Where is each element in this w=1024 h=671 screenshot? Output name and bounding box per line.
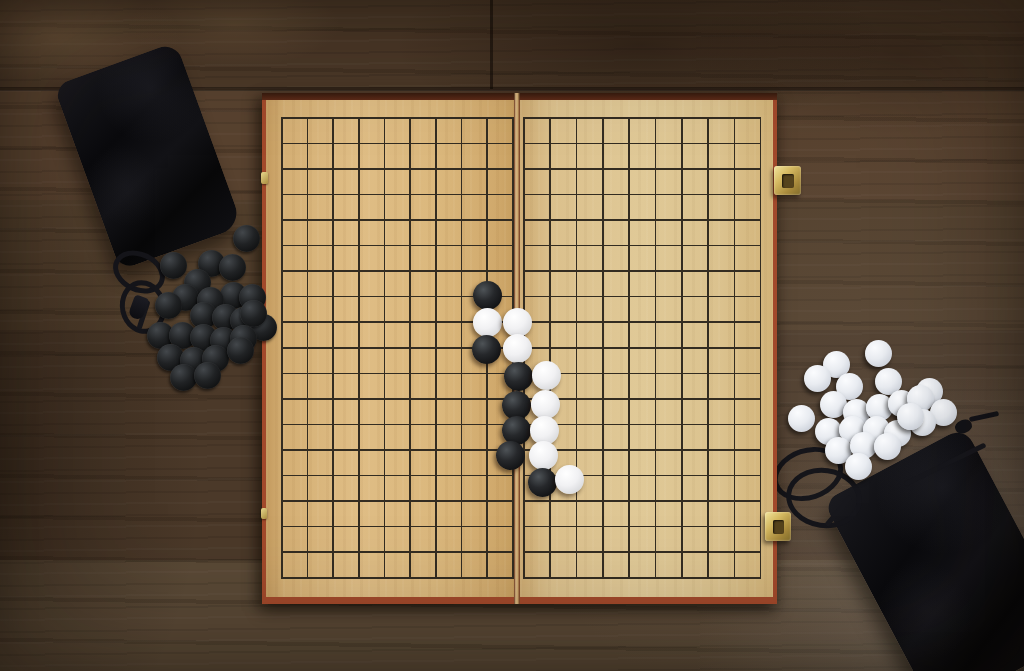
white-stone[interactable] (473, 308, 502, 337)
board-cell (654, 270, 680, 296)
board-cell (409, 347, 435, 373)
board-cell (575, 117, 601, 143)
board-cell (409, 296, 435, 322)
board-cell (435, 424, 461, 450)
board-cell (486, 475, 512, 501)
board-cell (628, 372, 654, 398)
board-cell (281, 296, 307, 322)
board-cell (523, 143, 549, 169)
board-cell (549, 321, 575, 347)
board-cell (601, 424, 627, 450)
board-cell (549, 500, 575, 526)
board-cell (358, 296, 384, 322)
board-cell (680, 270, 706, 296)
board-cell (733, 117, 759, 143)
board-cell (332, 296, 358, 322)
board-cell (680, 296, 706, 322)
board-cell (707, 219, 733, 245)
board-cell (461, 245, 487, 271)
board-cell (733, 551, 759, 577)
board-cell (307, 475, 333, 501)
black-stone[interactable] (528, 468, 557, 497)
board-cell (358, 372, 384, 398)
board-cell (486, 526, 512, 552)
board-cell (332, 449, 358, 475)
board-cell (575, 398, 601, 424)
board-cell (384, 194, 410, 220)
board-cell (549, 168, 575, 194)
board-cell (332, 321, 358, 347)
board-cell (461, 526, 487, 552)
board-cell (409, 143, 435, 169)
board-cell (523, 245, 549, 271)
board-cell (332, 398, 358, 424)
board-cell (435, 270, 461, 296)
board-cell (461, 219, 487, 245)
board-cell (733, 194, 759, 220)
board-cell (680, 475, 706, 501)
board-cell (707, 296, 733, 322)
board-cell (601, 500, 627, 526)
board-cell (409, 449, 435, 475)
board-cell (733, 526, 759, 552)
board-cell (409, 194, 435, 220)
board-cell (461, 398, 487, 424)
board-cell (628, 449, 654, 475)
board-cell (281, 194, 307, 220)
board-cell (601, 398, 627, 424)
board-cell (358, 321, 384, 347)
board-cell (601, 475, 627, 501)
board-cell (384, 475, 410, 501)
board-cell (281, 526, 307, 552)
board-cell (575, 270, 601, 296)
board-cell (654, 347, 680, 373)
board-cell (307, 449, 333, 475)
board-cell (707, 551, 733, 577)
board-cell (575, 296, 601, 322)
board-cell (384, 449, 410, 475)
black-stone[interactable] (473, 281, 502, 310)
board-cell (628, 500, 654, 526)
board-cell (461, 143, 487, 169)
board-cell (281, 321, 307, 347)
board-cell (628, 321, 654, 347)
board-cell (409, 551, 435, 577)
black-pile-stone (240, 300, 267, 327)
board-cell (358, 347, 384, 373)
go-board-photo-scene (0, 0, 1024, 671)
board-cell (680, 526, 706, 552)
board-cell (307, 219, 333, 245)
board-cell (332, 143, 358, 169)
board-cell (628, 117, 654, 143)
board-cell (358, 449, 384, 475)
board-cell (384, 347, 410, 373)
board-cell (486, 245, 512, 271)
board-cell (409, 372, 435, 398)
board-cell (549, 245, 575, 271)
board-cell (707, 245, 733, 271)
board-cell (707, 194, 733, 220)
board-cell (307, 194, 333, 220)
board-cell (707, 475, 733, 501)
board-cell (435, 219, 461, 245)
board-cell (435, 500, 461, 526)
black-pile-stone (219, 254, 246, 281)
go-grid-right (523, 117, 762, 579)
board-cell (628, 270, 654, 296)
board-cell (549, 296, 575, 322)
board-cell (575, 551, 601, 577)
board-cell (575, 143, 601, 169)
board-cell (461, 372, 487, 398)
board-cell (628, 194, 654, 220)
board-cell (307, 526, 333, 552)
board-cell (575, 372, 601, 398)
board-cell (654, 500, 680, 526)
board-cell (332, 551, 358, 577)
board-cell (549, 194, 575, 220)
board-cell (654, 245, 680, 271)
board-cell (680, 117, 706, 143)
board-cell (358, 219, 384, 245)
board-cell (435, 296, 461, 322)
board-cell (733, 296, 759, 322)
board-cell (281, 475, 307, 501)
board-cell (486, 219, 512, 245)
board-cell (435, 398, 461, 424)
board-cell (707, 398, 733, 424)
board-cell (680, 347, 706, 373)
hinge-pin (261, 508, 267, 519)
board-cell (461, 500, 487, 526)
board-cell (680, 424, 706, 450)
board-cell (523, 117, 549, 143)
board-cell (523, 526, 549, 552)
board-cell (733, 245, 759, 271)
board-cell (654, 449, 680, 475)
board-cell (680, 219, 706, 245)
board-cell (733, 270, 759, 296)
board-cell (707, 449, 733, 475)
board-cell (733, 321, 759, 347)
board-cell (575, 321, 601, 347)
board-cell (601, 143, 627, 169)
board-cell (575, 424, 601, 450)
board-cell (628, 219, 654, 245)
board-cell (409, 398, 435, 424)
board-cell (281, 143, 307, 169)
black-pile-stone (194, 362, 221, 389)
board-cell (733, 398, 759, 424)
board-cell (707, 168, 733, 194)
board-cell (435, 475, 461, 501)
board-cell (281, 347, 307, 373)
board-cell (384, 245, 410, 271)
board-cell (358, 398, 384, 424)
white-stone[interactable] (503, 334, 532, 363)
board-cell (281, 449, 307, 475)
board-cell (523, 270, 549, 296)
board-cell (384, 526, 410, 552)
board-cell (733, 449, 759, 475)
board-cell (628, 475, 654, 501)
board-cell (332, 424, 358, 450)
board-cell (733, 219, 759, 245)
board-cell (707, 270, 733, 296)
board-cell (601, 526, 627, 552)
white-pile-stone (874, 433, 901, 460)
board-cell (358, 194, 384, 220)
board-cell (654, 117, 680, 143)
board-cell (358, 143, 384, 169)
board-cell (707, 424, 733, 450)
board-cell (281, 551, 307, 577)
board-cell (549, 219, 575, 245)
board-cell (654, 475, 680, 501)
board-cell (307, 296, 333, 322)
white-pile-stone (788, 405, 815, 432)
board-cell (435, 449, 461, 475)
white-pile-stone (897, 403, 924, 430)
board-cell (384, 372, 410, 398)
board-cell (523, 168, 549, 194)
board-cell (733, 424, 759, 450)
board-cell (733, 475, 759, 501)
board-cell (384, 168, 410, 194)
board-cell (575, 219, 601, 245)
board-cell (358, 424, 384, 450)
board-cell (733, 372, 759, 398)
board-cell (707, 372, 733, 398)
board-cell (680, 143, 706, 169)
black-stone[interactable] (496, 441, 525, 470)
board-cell (384, 551, 410, 577)
board-cell (654, 194, 680, 220)
board-cell (461, 551, 487, 577)
board-cell (523, 551, 549, 577)
board-cell (601, 372, 627, 398)
board-cell (601, 296, 627, 322)
board-cell (575, 500, 601, 526)
black-stone[interactable] (504, 362, 533, 391)
board-cell (384, 117, 410, 143)
board-cell (601, 194, 627, 220)
board-cell (384, 219, 410, 245)
black-pile-stone (170, 364, 197, 391)
board-cell (307, 398, 333, 424)
board-cell (307, 143, 333, 169)
board-cell (601, 551, 627, 577)
board-cell (332, 168, 358, 194)
board-cell (707, 347, 733, 373)
board-cell (601, 219, 627, 245)
board-cell (628, 526, 654, 552)
black-pile-stone (233, 225, 260, 252)
board-cell (654, 321, 680, 347)
board-cell (733, 168, 759, 194)
board-cell (281, 117, 307, 143)
board-cell (281, 372, 307, 398)
board-cell (707, 526, 733, 552)
board-cell (384, 270, 410, 296)
board-cell (628, 296, 654, 322)
board-cell (575, 245, 601, 271)
board-cell (332, 526, 358, 552)
board-cell (409, 245, 435, 271)
board-cell (409, 500, 435, 526)
white-stone[interactable] (503, 308, 532, 337)
board-cell (523, 219, 549, 245)
board-cell (654, 219, 680, 245)
board-cell (680, 551, 706, 577)
board-cell (461, 475, 487, 501)
board-cell (628, 551, 654, 577)
board-cell (654, 424, 680, 450)
board-cell (575, 194, 601, 220)
board-cell (486, 500, 512, 526)
board-cell (307, 245, 333, 271)
board-cell (409, 526, 435, 552)
board-cell (435, 194, 461, 220)
board-cell (435, 526, 461, 552)
board-cell (680, 398, 706, 424)
board-cell (680, 372, 706, 398)
board-cell (654, 398, 680, 424)
board-cell (628, 424, 654, 450)
board-cell (486, 194, 512, 220)
board-cell (680, 245, 706, 271)
board-cell (281, 398, 307, 424)
board-cell (384, 143, 410, 169)
board-cell (549, 526, 575, 552)
board-cell (680, 449, 706, 475)
board-cell (575, 526, 601, 552)
black-pile-stone (160, 252, 187, 279)
board-cell (435, 347, 461, 373)
board-cell (409, 475, 435, 501)
board-cell (680, 194, 706, 220)
board-cell (628, 398, 654, 424)
board-cell (486, 143, 512, 169)
board-cell (486, 117, 512, 143)
board-cell (281, 245, 307, 271)
board-cell (409, 117, 435, 143)
go-board[interactable] (262, 93, 777, 604)
drawstring-cord (969, 411, 999, 422)
board-cell (733, 347, 759, 373)
board-cell (332, 270, 358, 296)
board-cell (461, 194, 487, 220)
board-cell (461, 424, 487, 450)
board-cell (409, 424, 435, 450)
board-cell (332, 347, 358, 373)
board-cell (435, 117, 461, 143)
board-cell (281, 500, 307, 526)
board-cell (358, 168, 384, 194)
brass-clasp (765, 512, 791, 541)
board-cell (332, 475, 358, 501)
board-cell (384, 321, 410, 347)
board-cell (707, 321, 733, 347)
board-cell (601, 449, 627, 475)
board-cell (384, 398, 410, 424)
board-cell (281, 270, 307, 296)
board-cell (654, 526, 680, 552)
board-cell (435, 551, 461, 577)
board-cell (332, 219, 358, 245)
board-cell (332, 194, 358, 220)
board-cell (549, 270, 575, 296)
board-right-half (520, 100, 773, 597)
board-cell (332, 500, 358, 526)
board-cell (680, 168, 706, 194)
board-cell (332, 117, 358, 143)
board-cell (358, 270, 384, 296)
board-cell (680, 500, 706, 526)
board-cell (654, 143, 680, 169)
board-cell (601, 270, 627, 296)
board-cell (409, 270, 435, 296)
board-cell (654, 296, 680, 322)
board-cell (358, 500, 384, 526)
brass-clasp (774, 166, 801, 195)
board-cell (707, 500, 733, 526)
board-cell (486, 168, 512, 194)
board-cell (332, 372, 358, 398)
board-cell (307, 424, 333, 450)
black-pile-stone (227, 337, 254, 364)
board-cell (307, 321, 333, 347)
board-cell (307, 270, 333, 296)
white-pile-stone (804, 365, 831, 392)
board-cell (733, 500, 759, 526)
board-cell (628, 168, 654, 194)
board-cell (601, 245, 627, 271)
board-cell (435, 321, 461, 347)
white-pile-stone (845, 453, 872, 480)
table-plank-seam-vertical (490, 0, 493, 89)
board-cell (281, 219, 307, 245)
board-cell (409, 321, 435, 347)
board-cell (654, 551, 680, 577)
board-cell (654, 168, 680, 194)
board-cell (549, 143, 575, 169)
white-stone[interactable] (532, 361, 561, 390)
board-cell (461, 449, 487, 475)
board-cell (435, 143, 461, 169)
board-cell (332, 245, 358, 271)
black-stones-bag (53, 42, 242, 271)
board-cell (601, 321, 627, 347)
board-cell (575, 168, 601, 194)
board-cell (523, 194, 549, 220)
board-cell (384, 500, 410, 526)
black-stone[interactable] (472, 335, 501, 364)
board-cell (461, 168, 487, 194)
board-cell (307, 372, 333, 398)
board-cell (549, 551, 575, 577)
board-cell (486, 551, 512, 577)
board-cell (575, 347, 601, 373)
board-cell (435, 168, 461, 194)
board-cell (358, 526, 384, 552)
board-cell (628, 245, 654, 271)
white-pile-stone (865, 340, 892, 367)
board-cell (680, 321, 706, 347)
board-cell (654, 372, 680, 398)
